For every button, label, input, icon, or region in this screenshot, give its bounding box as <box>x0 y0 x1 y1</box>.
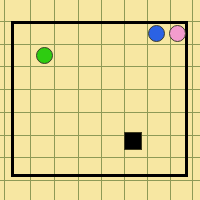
grid-line-vertical <box>4 0 5 200</box>
piece-blue-ball[interactable] <box>148 25 165 42</box>
wall-border <box>11 21 188 177</box>
piece-black-box[interactable] <box>124 132 142 150</box>
game-board <box>0 0 200 200</box>
piece-pink-ball[interactable] <box>169 25 186 42</box>
piece-green-ball[interactable] <box>36 47 53 64</box>
grid-line-vertical <box>192 0 193 200</box>
